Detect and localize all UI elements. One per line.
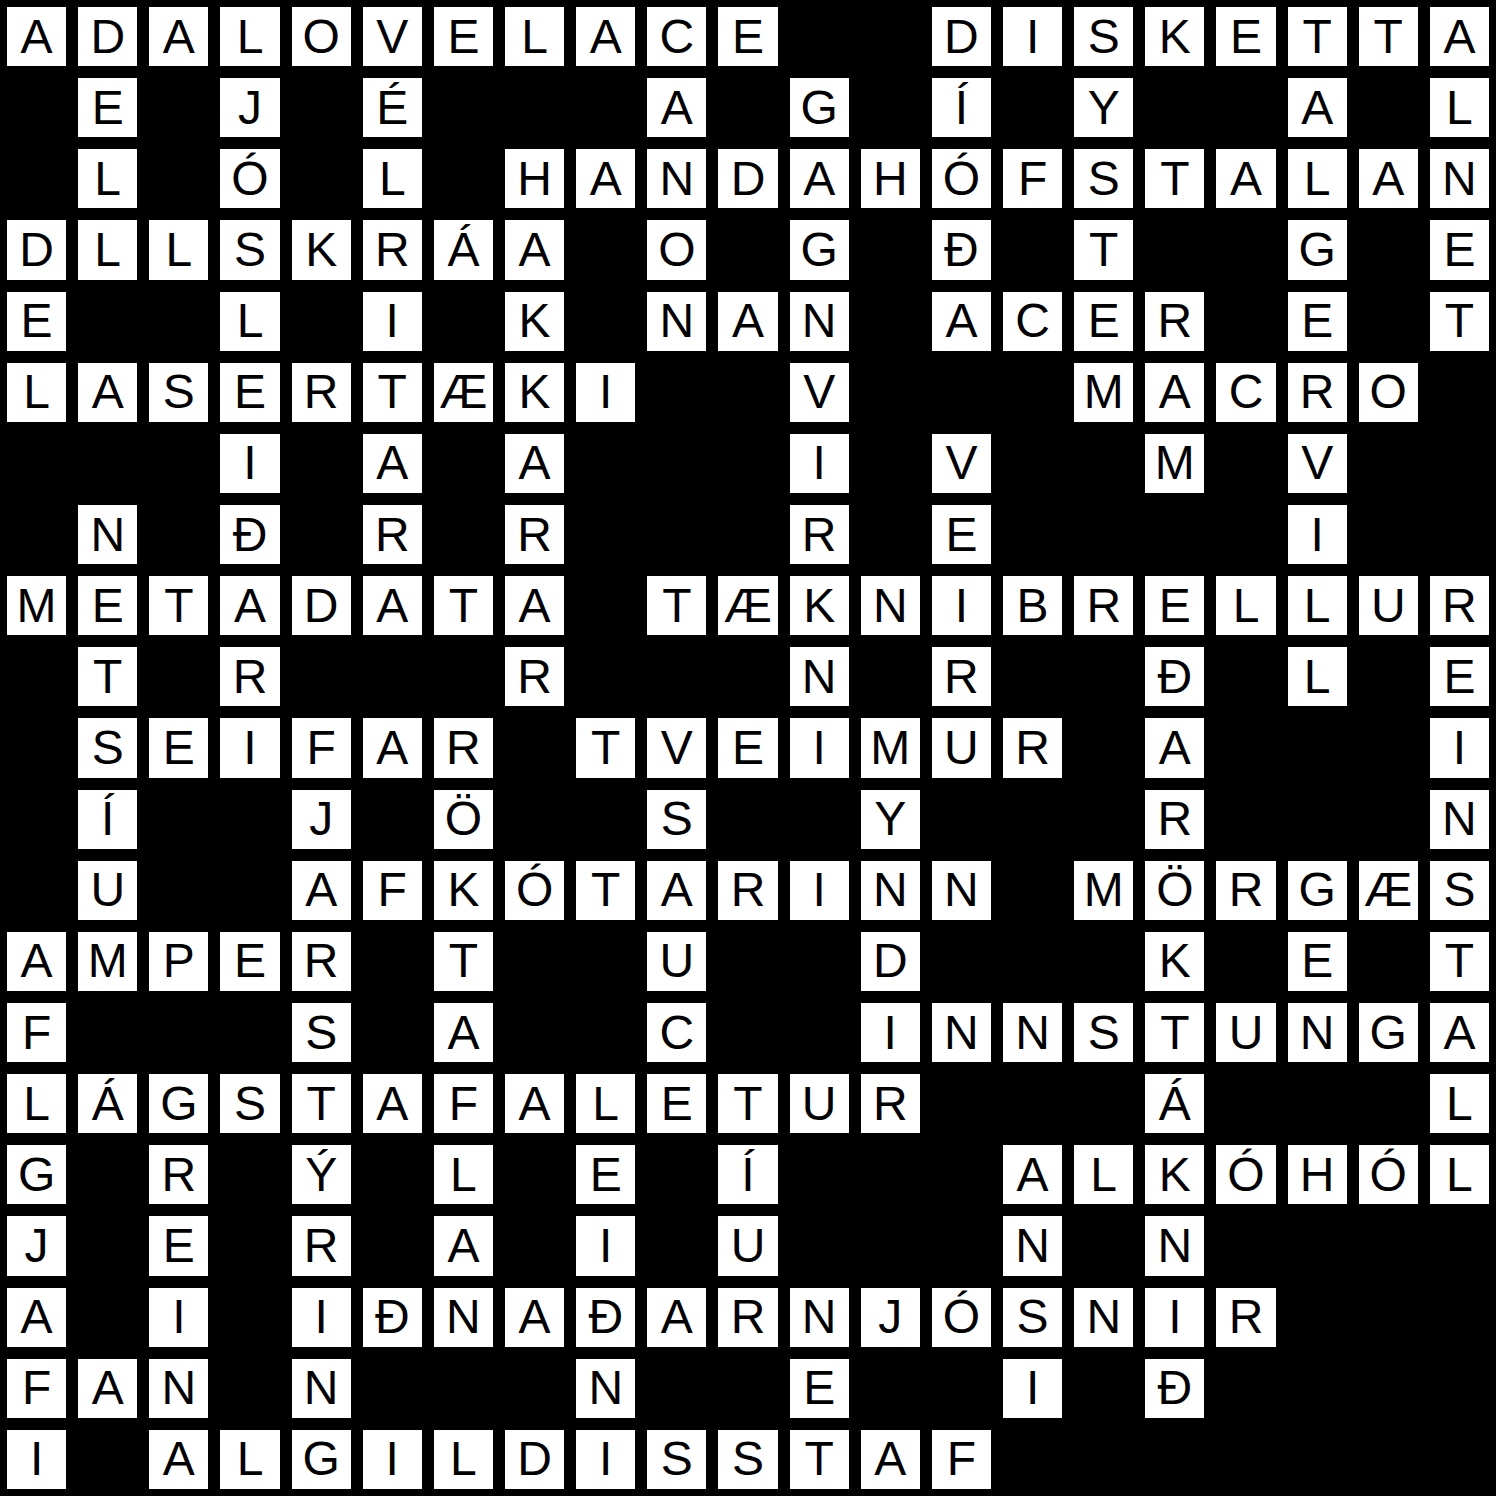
letter-cell[interactable]: T: [76, 645, 139, 708]
letter-cell[interactable]: M: [1072, 859, 1135, 922]
letter-cell[interactable]: E: [76, 76, 139, 139]
letter-cell[interactable]: Á: [76, 1072, 139, 1135]
letter-cell[interactable]: S: [218, 218, 281, 281]
letter-cell[interactable]: V: [1286, 432, 1349, 495]
letter-cell[interactable]: R: [290, 361, 353, 424]
letter-cell[interactable]: N: [788, 290, 851, 353]
black-cell: [1286, 716, 1349, 779]
letter-cell[interactable]: Ö: [432, 788, 495, 851]
letter-cell[interactable]: E: [645, 1072, 708, 1135]
letter-cell[interactable]: Ó: [1357, 1143, 1420, 1206]
letter-cell[interactable]: N: [432, 1286, 495, 1349]
letter-cell[interactable]: L: [76, 218, 139, 281]
letter-cell[interactable]: K: [503, 361, 566, 424]
black-cell: [930, 1357, 993, 1420]
letter-cell[interactable]: A: [503, 1072, 566, 1135]
letter-cell[interactable]: R: [716, 859, 779, 922]
letter-cell[interactable]: S: [645, 788, 708, 851]
letter-cell[interactable]: E: [788, 1357, 851, 1420]
letter-cell[interactable]: L: [1072, 1143, 1135, 1206]
letter-cell[interactable]: M: [1143, 432, 1206, 495]
letter-cell[interactable]: N: [859, 859, 922, 922]
letter-cell[interactable]: R: [1072, 574, 1135, 637]
letter-cell[interactable]: V: [645, 716, 708, 779]
black-cell: [290, 76, 353, 139]
letter-cell[interactable]: A: [361, 432, 424, 495]
letter-cell[interactable]: R: [290, 1214, 353, 1277]
letter-cell[interactable]: I: [290, 1286, 353, 1349]
black-cell: [5, 645, 68, 708]
letter-cell[interactable]: S: [1001, 1286, 1064, 1349]
letter-cell[interactable]: T: [290, 1072, 353, 1135]
letter-cell[interactable]: A: [1001, 1143, 1064, 1206]
letter-cell[interactable]: Æ: [716, 574, 779, 637]
letter-cell[interactable]: D: [5, 218, 68, 281]
letter-cell[interactable]: I: [5, 1428, 68, 1491]
black-cell: [361, 1357, 424, 1420]
letter-cell[interactable]: G: [5, 1143, 68, 1206]
black-cell: [5, 859, 68, 922]
letter-cell[interactable]: A: [645, 859, 708, 922]
letter-cell[interactable]: U: [930, 716, 993, 779]
black-cell: [930, 930, 993, 993]
letter-cell[interactable]: E: [930, 503, 993, 566]
letter-cell[interactable]: É: [361, 76, 424, 139]
letter-cell[interactable]: U: [76, 859, 139, 922]
letter-cell[interactable]: R: [1214, 1286, 1277, 1349]
crossword-grid: ADALOVELACEDISKETTAEJÉAGÍYALLÓLHANDAHÓFS…: [0, 0, 1496, 1496]
letter-cell[interactable]: I: [574, 1214, 637, 1277]
letter-cell[interactable]: I: [788, 432, 851, 495]
letter-cell[interactable]: F: [5, 1001, 68, 1064]
letter-cell[interactable]: T: [1143, 147, 1206, 210]
letter-cell[interactable]: E: [76, 574, 139, 637]
letter-cell[interactable]: A: [1357, 147, 1420, 210]
letter-cell[interactable]: S: [1428, 859, 1491, 922]
letter-cell[interactable]: A: [5, 1286, 68, 1349]
letter-cell[interactable]: Ð: [361, 1286, 424, 1349]
letter-cell[interactable]: K: [788, 574, 851, 637]
letter-cell[interactable]: L: [1214, 574, 1277, 637]
letter-cell[interactable]: S: [290, 1001, 353, 1064]
letter-cell[interactable]: R: [1001, 716, 1064, 779]
letter-cell[interactable]: A: [76, 1357, 139, 1420]
letter-cell[interactable]: A: [1143, 361, 1206, 424]
letter-cell[interactable]: L: [1428, 1072, 1491, 1135]
letter-cell[interactable]: Ö: [1143, 859, 1206, 922]
letter-cell[interactable]: D: [503, 1428, 566, 1491]
letter-cell[interactable]: U: [788, 1072, 851, 1135]
letter-cell[interactable]: K: [1143, 930, 1206, 993]
letter-cell[interactable]: N: [930, 1001, 993, 1064]
letter-cell[interactable]: I: [1428, 716, 1491, 779]
letter-cell[interactable]: U: [716, 1214, 779, 1277]
letter-cell[interactable]: R: [1214, 859, 1277, 922]
letter-cell[interactable]: R: [788, 503, 851, 566]
letter-cell[interactable]: A: [503, 218, 566, 281]
letter-cell[interactable]: N: [1428, 788, 1491, 851]
letter-cell[interactable]: N: [290, 1357, 353, 1420]
black-cell: [76, 1214, 139, 1277]
letter-cell[interactable]: S: [716, 1428, 779, 1491]
letter-cell[interactable]: A: [147, 1428, 210, 1491]
letter-cell[interactable]: Í: [76, 788, 139, 851]
letter-cell[interactable]: F: [361, 859, 424, 922]
letter-cell[interactable]: L: [432, 1428, 495, 1491]
letter-cell[interactable]: L: [1286, 147, 1349, 210]
letter-cell[interactable]: V: [788, 361, 851, 424]
letter-cell[interactable]: L: [432, 1143, 495, 1206]
letter-cell[interactable]: I: [361, 290, 424, 353]
letter-cell[interactable]: E: [1072, 290, 1135, 353]
letter-cell[interactable]: A: [361, 1072, 424, 1135]
letter-cell[interactable]: T: [1072, 218, 1135, 281]
letter-cell[interactable]: B: [1001, 574, 1064, 637]
letter-cell[interactable]: N: [788, 645, 851, 708]
letter-cell[interactable]: N: [1286, 1001, 1349, 1064]
letter-cell[interactable]: T: [574, 716, 637, 779]
letter-cell[interactable]: C: [645, 1001, 708, 1064]
letter-cell[interactable]: R: [1143, 788, 1206, 851]
letter-cell[interactable]: A: [930, 290, 993, 353]
letter-cell[interactable]: L: [1286, 574, 1349, 637]
letter-cell[interactable]: L: [1286, 645, 1349, 708]
black-cell: [645, 361, 708, 424]
letter-cell[interactable]: O: [645, 218, 708, 281]
letter-cell[interactable]: E: [574, 1143, 637, 1206]
letter-cell[interactable]: R: [716, 1286, 779, 1349]
letter-cell[interactable]: N: [645, 290, 708, 353]
letter-cell[interactable]: Ð: [218, 503, 281, 566]
black-cell: [716, 1001, 779, 1064]
black-cell: [432, 432, 495, 495]
letter-cell[interactable]: L: [5, 1072, 68, 1135]
letter-cell[interactable]: A: [361, 716, 424, 779]
letter-cell[interactable]: M: [76, 930, 139, 993]
letter-cell[interactable]: G: [1357, 1001, 1420, 1064]
letter-cell[interactable]: G: [290, 1428, 353, 1491]
letter-cell[interactable]: Y: [859, 788, 922, 851]
letter-cell[interactable]: Ó: [503, 859, 566, 922]
letter-cell[interactable]: A: [218, 574, 281, 637]
letter-cell[interactable]: L: [218, 1428, 281, 1491]
black-cell: [147, 76, 210, 139]
letter-cell[interactable]: A: [788, 147, 851, 210]
letter-cell[interactable]: K: [290, 218, 353, 281]
letter-cell[interactable]: A: [5, 930, 68, 993]
letter-cell[interactable]: T: [361, 361, 424, 424]
letter-cell[interactable]: N: [645, 147, 708, 210]
black-cell: [716, 361, 779, 424]
black-cell: [645, 645, 708, 708]
letter-cell[interactable]: A: [432, 1001, 495, 1064]
letter-cell[interactable]: F: [290, 716, 353, 779]
black-cell: [76, 1143, 139, 1206]
letter-cell[interactable]: L: [361, 147, 424, 210]
letter-cell[interactable]: G: [788, 76, 851, 139]
letter-cell[interactable]: G: [788, 218, 851, 281]
letter-cell[interactable]: D: [930, 5, 993, 68]
letter-cell[interactable]: T: [1357, 5, 1420, 68]
letter-cell[interactable]: T: [432, 574, 495, 637]
letter-cell[interactable]: N: [1143, 1214, 1206, 1277]
letter-cell[interactable]: U: [1357, 574, 1420, 637]
black-cell: [361, 1143, 424, 1206]
letter-cell[interactable]: R: [503, 503, 566, 566]
letter-cell[interactable]: S: [1072, 147, 1135, 210]
letter-cell[interactable]: S: [1072, 1001, 1135, 1064]
letter-cell[interactable]: J: [218, 76, 281, 139]
letter-cell[interactable]: N: [574, 1357, 637, 1420]
letter-cell[interactable]: L: [5, 361, 68, 424]
letter-cell[interactable]: E: [716, 5, 779, 68]
letter-cell[interactable]: R: [147, 1143, 210, 1206]
letter-cell[interactable]: E: [1143, 574, 1206, 637]
letter-cell[interactable]: K: [432, 859, 495, 922]
letter-cell[interactable]: A: [645, 1286, 708, 1349]
letter-cell[interactable]: S: [147, 361, 210, 424]
letter-cell[interactable]: C: [1001, 290, 1064, 353]
letter-cell[interactable]: L: [218, 5, 281, 68]
letter-cell[interactable]: J: [5, 1214, 68, 1277]
letter-cell[interactable]: F: [1001, 147, 1064, 210]
letter-cell[interactable]: I: [788, 716, 851, 779]
black-cell: [574, 1001, 637, 1064]
letter-cell[interactable]: I: [1001, 1357, 1064, 1420]
letter-cell[interactable]: J: [859, 1286, 922, 1349]
letter-cell[interactable]: A: [645, 76, 708, 139]
letter-cell[interactable]: Æ: [1357, 859, 1420, 922]
letter-cell[interactable]: Ó: [930, 1286, 993, 1349]
letter-cell[interactable]: A: [1286, 76, 1349, 139]
letter-cell[interactable]: A: [503, 574, 566, 637]
letter-cell[interactable]: E: [218, 930, 281, 993]
letter-cell[interactable]: H: [859, 147, 922, 210]
letter-cell[interactable]: I: [1143, 1286, 1206, 1349]
letter-cell[interactable]: Í: [716, 1143, 779, 1206]
letter-cell[interactable]: D: [859, 930, 922, 993]
letter-cell[interactable]: D: [716, 147, 779, 210]
letter-cell[interactable]: E: [432, 5, 495, 68]
letter-cell[interactable]: Ð: [574, 1286, 637, 1349]
black-cell: [716, 432, 779, 495]
black-cell: [76, 1428, 139, 1491]
letter-cell[interactable]: I: [361, 1428, 424, 1491]
letter-cell[interactable]: A: [1428, 5, 1491, 68]
letter-cell[interactable]: U: [645, 930, 708, 993]
letter-cell[interactable]: P: [147, 930, 210, 993]
letter-cell[interactable]: R: [218, 645, 281, 708]
letter-cell[interactable]: A: [432, 1214, 495, 1277]
letter-cell[interactable]: E: [1214, 5, 1277, 68]
letter-cell[interactable]: A: [5, 5, 68, 68]
letter-cell[interactable]: R: [290, 930, 353, 993]
letter-cell[interactable]: C: [645, 5, 708, 68]
letter-cell[interactable]: T: [645, 574, 708, 637]
letter-cell[interactable]: A: [1214, 147, 1277, 210]
letter-cell[interactable]: E: [1428, 218, 1491, 281]
letter-cell[interactable]: S: [1072, 5, 1135, 68]
black-cell: [290, 432, 353, 495]
letter-cell[interactable]: F: [5, 1357, 68, 1420]
letter-cell[interactable]: L: [1428, 76, 1491, 139]
black-cell: [361, 788, 424, 851]
letter-cell[interactable]: M: [1072, 361, 1135, 424]
letter-cell[interactable]: A: [503, 1286, 566, 1349]
black-cell: [5, 147, 68, 210]
letter-cell[interactable]: L: [503, 5, 566, 68]
letter-cell[interactable]: R: [859, 1072, 922, 1135]
black-cell: [930, 361, 993, 424]
letter-cell[interactable]: K: [1143, 1143, 1206, 1206]
letter-cell[interactable]: K: [1143, 5, 1206, 68]
letter-cell[interactable]: A: [574, 147, 637, 210]
letter-cell[interactable]: T: [432, 930, 495, 993]
letter-cell[interactable]: Ð: [1143, 645, 1206, 708]
letter-cell[interactable]: S: [645, 1428, 708, 1491]
letter-cell[interactable]: L: [574, 1072, 637, 1135]
letter-cell[interactable]: E: [716, 716, 779, 779]
letter-cell[interactable]: A: [361, 574, 424, 637]
black-cell: [716, 1357, 779, 1420]
letter-cell[interactable]: L: [218, 290, 281, 353]
letter-cell[interactable]: N: [1001, 1001, 1064, 1064]
letter-cell[interactable]: K: [503, 290, 566, 353]
letter-cell[interactable]: I: [788, 859, 851, 922]
letter-cell[interactable]: T: [147, 574, 210, 637]
letter-cell[interactable]: Ó: [218, 147, 281, 210]
letter-cell[interactable]: Ó: [1214, 1143, 1277, 1206]
letter-cell[interactable]: I: [218, 432, 281, 495]
letter-cell[interactable]: C: [1214, 361, 1277, 424]
letter-cell[interactable]: I: [1286, 503, 1349, 566]
letter-cell[interactable]: G: [147, 1072, 210, 1135]
letter-cell[interactable]: J: [290, 788, 353, 851]
letter-cell[interactable]: T: [1428, 930, 1491, 993]
letter-cell[interactable]: D: [290, 574, 353, 637]
letter-cell[interactable]: Ý: [290, 1143, 353, 1206]
letter-cell[interactable]: T: [574, 859, 637, 922]
letter-cell[interactable]: R: [1143, 290, 1206, 353]
letter-cell[interactable]: O: [1357, 361, 1420, 424]
letter-cell[interactable]: U: [1214, 1001, 1277, 1064]
letter-cell[interactable]: Í: [930, 76, 993, 139]
letter-cell[interactable]: I: [930, 574, 993, 637]
letter-cell[interactable]: A: [76, 361, 139, 424]
letter-cell[interactable]: E: [147, 716, 210, 779]
letter-cell[interactable]: Ð: [1143, 1357, 1206, 1420]
letter-cell[interactable]: A: [147, 5, 210, 68]
letter-cell[interactable]: E: [5, 290, 68, 353]
letter-cell[interactable]: A: [1428, 1001, 1491, 1064]
letter-cell[interactable]: T: [1143, 1001, 1206, 1064]
letter-cell[interactable]: E: [1286, 290, 1349, 353]
letter-cell[interactable]: A: [290, 859, 353, 922]
black-cell: [1072, 1357, 1135, 1420]
letter-cell[interactable]: I: [147, 1286, 210, 1349]
letter-cell[interactable]: Y: [1072, 76, 1135, 139]
letter-cell[interactable]: T: [716, 1072, 779, 1135]
black-cell: [1001, 788, 1064, 851]
letter-cell[interactable]: G: [1286, 218, 1349, 281]
letter-cell[interactable]: N: [1001, 1214, 1064, 1277]
letter-cell[interactable]: M: [859, 716, 922, 779]
letter-cell[interactable]: T: [788, 1428, 851, 1491]
letter-cell[interactable]: F: [930, 1428, 993, 1491]
letter-cell[interactable]: N: [1428, 147, 1491, 210]
letter-cell[interactable]: S: [76, 716, 139, 779]
letter-cell[interactable]: F: [432, 1072, 495, 1135]
black-cell: [1001, 76, 1064, 139]
letter-cell[interactable]: H: [1286, 1143, 1349, 1206]
letter-cell[interactable]: L: [147, 218, 210, 281]
black-cell: [361, 645, 424, 708]
black-cell: [1286, 1428, 1349, 1491]
letter-cell[interactable]: N: [76, 503, 139, 566]
letter-cell[interactable]: G: [1286, 859, 1349, 922]
letter-cell[interactable]: T: [1428, 290, 1491, 353]
letter-cell[interactable]: R: [361, 503, 424, 566]
letter-cell[interactable]: S: [218, 1072, 281, 1135]
black-cell: [1357, 432, 1420, 495]
letter-cell[interactable]: R: [361, 218, 424, 281]
letter-cell[interactable]: V: [361, 5, 424, 68]
letter-cell[interactable]: N: [147, 1357, 210, 1420]
black-cell: [290, 147, 353, 210]
letter-cell[interactable]: Á: [1143, 1072, 1206, 1135]
black-cell: [503, 76, 566, 139]
letter-cell[interactable]: N: [1072, 1286, 1135, 1349]
letter-cell[interactable]: R: [432, 716, 495, 779]
letter-cell[interactable]: E: [1428, 645, 1491, 708]
letter-cell[interactable]: E: [147, 1214, 210, 1277]
letter-cell[interactable]: D: [76, 5, 139, 68]
letter-cell[interactable]: N: [930, 859, 993, 922]
letter-cell[interactable]: I: [218, 716, 281, 779]
letter-cell[interactable]: I: [859, 1001, 922, 1064]
letter-cell[interactable]: I: [1001, 5, 1064, 68]
black-cell: [1286, 788, 1349, 851]
letter-cell[interactable]: R: [1286, 361, 1349, 424]
letter-cell[interactable]: A: [716, 290, 779, 353]
letter-cell[interactable]: Ó: [930, 147, 993, 210]
letter-cell[interactable]: L: [1428, 1143, 1491, 1206]
letter-cell[interactable]: N: [788, 1286, 851, 1349]
letter-cell[interactable]: O: [290, 5, 353, 68]
letter-cell[interactable]: Á: [432, 218, 495, 281]
letter-cell[interactable]: E: [218, 361, 281, 424]
black-cell: [432, 503, 495, 566]
letter-cell[interactable]: R: [503, 645, 566, 708]
letter-cell[interactable]: A: [859, 1428, 922, 1491]
letter-cell[interactable]: V: [930, 432, 993, 495]
letter-cell[interactable]: E: [1286, 930, 1349, 993]
letter-cell[interactable]: I: [574, 361, 637, 424]
letter-cell[interactable]: A: [503, 432, 566, 495]
letter-cell[interactable]: R: [1428, 574, 1491, 637]
letter-cell[interactable]: L: [76, 147, 139, 210]
letter-cell[interactable]: Æ: [432, 361, 495, 424]
letter-cell[interactable]: A: [1143, 716, 1206, 779]
letter-cell[interactable]: I: [574, 1428, 637, 1491]
letter-cell[interactable]: N: [859, 574, 922, 637]
letter-cell[interactable]: M: [5, 574, 68, 637]
letter-cell[interactable]: H: [503, 147, 566, 210]
letter-cell[interactable]: Ð: [930, 218, 993, 281]
letter-cell[interactable]: R: [930, 645, 993, 708]
letter-cell[interactable]: A: [574, 5, 637, 68]
letter-cell[interactable]: T: [1286, 5, 1349, 68]
